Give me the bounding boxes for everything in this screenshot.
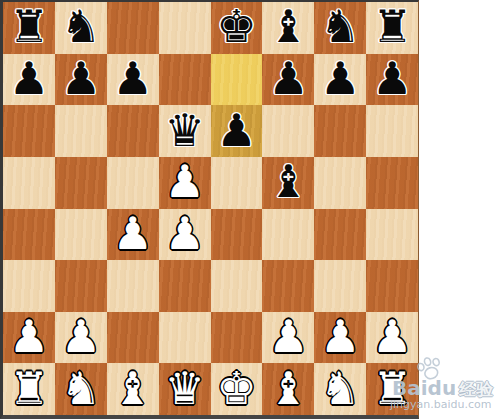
square-c2[interactable] — [107, 312, 159, 364]
square-d4[interactable]: ♟ — [159, 209, 211, 261]
piece-white-bishop[interactable]: ♝ — [113, 366, 153, 411]
square-d5[interactable]: ♟ — [159, 157, 211, 209]
piece-white-bishop[interactable]: ♝ — [268, 366, 308, 411]
piece-black-rook[interactable]: ♜ — [9, 4, 49, 49]
square-e8[interactable]: ♚ — [211, 2, 263, 54]
square-a5[interactable] — [3, 157, 55, 209]
square-f6[interactable] — [262, 105, 314, 157]
square-c8[interactable] — [107, 2, 159, 54]
square-b6[interactable] — [55, 105, 107, 157]
square-h3[interactable] — [366, 260, 418, 312]
piece-white-pawn[interactable]: ♟ — [164, 159, 204, 204]
piece-black-pawn[interactable]: ♟ — [268, 56, 308, 101]
chess-board[interactable]: ♜♞♚♝♞♜♟♟♟♟♟♟♛♟♟♝♟♟♟♟♟♟♟♜♞♝♛♚♝♞♜ — [0, 0, 419, 419]
square-e4[interactable] — [211, 209, 263, 261]
piece-white-pawn[interactable]: ♟ — [61, 314, 101, 359]
square-g7[interactable]: ♟ — [314, 54, 366, 106]
square-h4[interactable] — [366, 209, 418, 261]
square-b2[interactable]: ♟ — [55, 312, 107, 364]
piece-white-king[interactable]: ♚ — [216, 366, 256, 411]
square-g3[interactable] — [314, 260, 366, 312]
square-c7[interactable]: ♟ — [107, 54, 159, 106]
square-g6[interactable] — [314, 105, 366, 157]
piece-black-pawn[interactable]: ♟ — [320, 56, 360, 101]
piece-white-pawn[interactable]: ♟ — [113, 211, 153, 256]
square-e5[interactable] — [211, 157, 263, 209]
square-b4[interactable] — [55, 209, 107, 261]
piece-white-queen[interactable]: ♛ — [164, 366, 204, 411]
square-h5[interactable] — [366, 157, 418, 209]
square-c6[interactable] — [107, 105, 159, 157]
piece-white-pawn[interactable]: ♟ — [164, 211, 204, 256]
piece-white-rook[interactable]: ♜ — [372, 366, 412, 411]
piece-black-pawn[interactable]: ♟ — [216, 108, 256, 153]
square-a4[interactable] — [3, 209, 55, 261]
piece-white-pawn[interactable]: ♟ — [268, 314, 308, 359]
square-d7[interactable] — [159, 54, 211, 106]
square-g5[interactable] — [314, 157, 366, 209]
square-b1[interactable]: ♞ — [55, 363, 107, 415]
square-a7[interactable]: ♟ — [3, 54, 55, 106]
square-c3[interactable] — [107, 260, 159, 312]
square-h1[interactable]: ♜ — [366, 363, 418, 415]
square-h2[interactable]: ♟ — [366, 312, 418, 364]
square-b3[interactable] — [55, 260, 107, 312]
square-f2[interactable]: ♟ — [262, 312, 314, 364]
square-f1[interactable]: ♝ — [262, 363, 314, 415]
piece-black-bishop[interactable]: ♝ — [268, 4, 308, 49]
square-h8[interactable]: ♜ — [366, 2, 418, 54]
square-g4[interactable] — [314, 209, 366, 261]
square-e2[interactable] — [211, 312, 263, 364]
square-h7[interactable]: ♟ — [366, 54, 418, 106]
piece-white-knight[interactable]: ♞ — [61, 366, 101, 411]
square-g2[interactable]: ♟ — [314, 312, 366, 364]
square-a1[interactable]: ♜ — [3, 363, 55, 415]
square-d1[interactable]: ♛ — [159, 363, 211, 415]
square-d2[interactable] — [159, 312, 211, 364]
square-d6[interactable]: ♛ — [159, 105, 211, 157]
watermark-badge-text: 经验 — [459, 378, 493, 401]
square-e1[interactable]: ♚ — [211, 363, 263, 415]
square-b8[interactable]: ♞ — [55, 2, 107, 54]
square-b5[interactable] — [55, 157, 107, 209]
piece-black-rook[interactable]: ♜ — [372, 4, 412, 49]
square-d8[interactable] — [159, 2, 211, 54]
square-b7[interactable]: ♟ — [55, 54, 107, 106]
square-c1[interactable]: ♝ — [107, 363, 159, 415]
piece-white-pawn[interactable]: ♟ — [320, 314, 360, 359]
square-c4[interactable]: ♟ — [107, 209, 159, 261]
square-f7[interactable]: ♟ — [262, 54, 314, 106]
square-f5[interactable]: ♝ — [262, 157, 314, 209]
piece-white-pawn[interactable]: ♟ — [372, 314, 412, 359]
square-c5[interactable] — [107, 157, 159, 209]
square-d3[interactable] — [159, 260, 211, 312]
chess-app-screenshot: ♜♞♚♝♞♜♟♟♟♟♟♟♛♟♟♝♟♟♟♟♟♟♟♜♞♝♛♚♝♞♜ Baidu 经验… — [0, 0, 500, 419]
square-g8[interactable]: ♞ — [314, 2, 366, 54]
piece-black-bishop[interactable]: ♝ — [268, 159, 308, 204]
square-f8[interactable]: ♝ — [262, 2, 314, 54]
square-e3[interactable] — [211, 260, 263, 312]
piece-black-pawn[interactable]: ♟ — [9, 56, 49, 101]
piece-black-pawn[interactable]: ♟ — [372, 56, 412, 101]
piece-black-knight[interactable]: ♞ — [320, 4, 360, 49]
piece-black-queen[interactable]: ♛ — [164, 108, 204, 153]
square-a8[interactable]: ♜ — [3, 2, 55, 54]
piece-black-pawn[interactable]: ♟ — [113, 56, 153, 101]
square-f3[interactable] — [262, 260, 314, 312]
piece-black-pawn[interactable]: ♟ — [61, 56, 101, 101]
square-g1[interactable]: ♞ — [314, 363, 366, 415]
piece-white-knight[interactable]: ♞ — [320, 366, 360, 411]
piece-white-rook[interactable]: ♜ — [9, 366, 49, 411]
square-e7[interactable] — [211, 54, 263, 106]
square-h6[interactable] — [366, 105, 418, 157]
square-a2[interactable]: ♟ — [3, 312, 55, 364]
square-a6[interactable] — [3, 105, 55, 157]
square-e6[interactable]: ♟ — [211, 105, 263, 157]
piece-black-king[interactable]: ♚ — [216, 4, 256, 49]
square-a3[interactable] — [3, 260, 55, 312]
square-f4[interactable] — [262, 209, 314, 261]
piece-white-pawn[interactable]: ♟ — [9, 314, 49, 359]
piece-black-knight[interactable]: ♞ — [61, 4, 101, 49]
